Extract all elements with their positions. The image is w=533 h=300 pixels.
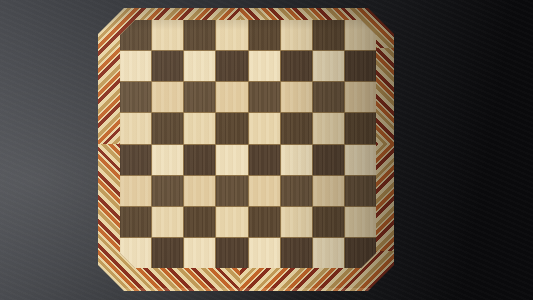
square-r6c7[interactable] <box>313 176 344 206</box>
square-r8c3[interactable] <box>184 238 215 268</box>
square-r3c3[interactable] <box>184 82 215 112</box>
square-r5c4[interactable] <box>216 145 247 175</box>
square-r1c3[interactable] <box>184 20 215 50</box>
square-r4c8[interactable] <box>345 113 376 143</box>
square-r1c7[interactable] <box>313 20 344 50</box>
square-r5c8[interactable] <box>345 145 376 175</box>
square-r6c1[interactable] <box>120 176 151 206</box>
square-r1c5[interactable] <box>249 20 280 50</box>
square-r4c4[interactable] <box>216 113 247 143</box>
square-r3c5[interactable] <box>249 82 280 112</box>
square-r3c2[interactable] <box>152 82 183 112</box>
square-r4c7[interactable] <box>313 113 344 143</box>
square-r4c2[interactable] <box>152 113 183 143</box>
square-r5c3[interactable] <box>184 145 215 175</box>
square-r2c1[interactable] <box>120 51 151 81</box>
square-r6c2[interactable] <box>152 176 183 206</box>
square-r7c4[interactable] <box>216 207 247 237</box>
square-r2c4[interactable] <box>216 51 247 81</box>
square-r8c4[interactable] <box>216 238 247 268</box>
square-r8c5[interactable] <box>249 238 280 268</box>
square-r3c8[interactable] <box>345 82 376 112</box>
square-r2c2[interactable] <box>152 51 183 81</box>
square-r2c6[interactable] <box>281 51 312 81</box>
square-r6c8[interactable] <box>345 176 376 206</box>
square-r8c7[interactable] <box>313 238 344 268</box>
square-r7c7[interactable] <box>313 207 344 237</box>
square-r5c6[interactable] <box>281 145 312 175</box>
square-r6c5[interactable] <box>249 176 280 206</box>
square-r3c1[interactable] <box>120 82 151 112</box>
square-r1c2[interactable] <box>152 20 183 50</box>
square-r6c4[interactable] <box>216 176 247 206</box>
square-r6c3[interactable] <box>184 176 215 206</box>
scene-background <box>0 0 533 300</box>
square-r4c6[interactable] <box>281 113 312 143</box>
square-r7c1[interactable] <box>120 207 151 237</box>
square-r7c2[interactable] <box>152 207 183 237</box>
square-r5c1[interactable] <box>120 145 151 175</box>
square-r7c3[interactable] <box>184 207 215 237</box>
square-r2c5[interactable] <box>249 51 280 81</box>
square-r7c6[interactable] <box>281 207 312 237</box>
square-r2c8[interactable] <box>345 51 376 81</box>
square-r2c7[interactable] <box>313 51 344 81</box>
chessboard[interactable] <box>98 8 394 291</box>
checkerboard[interactable] <box>120 20 376 268</box>
square-r5c2[interactable] <box>152 145 183 175</box>
square-r7c5[interactable] <box>249 207 280 237</box>
square-r1c6[interactable] <box>281 20 312 50</box>
square-r3c6[interactable] <box>281 82 312 112</box>
square-r1c4[interactable] <box>216 20 247 50</box>
square-r5c7[interactable] <box>313 145 344 175</box>
square-r5c5[interactable] <box>249 145 280 175</box>
square-r3c7[interactable] <box>313 82 344 112</box>
square-r6c6[interactable] <box>281 176 312 206</box>
square-r8c6[interactable] <box>281 238 312 268</box>
square-r4c5[interactable] <box>249 113 280 143</box>
square-r4c3[interactable] <box>184 113 215 143</box>
square-r8c2[interactable] <box>152 238 183 268</box>
square-r2c3[interactable] <box>184 51 215 81</box>
square-r7c8[interactable] <box>345 207 376 237</box>
square-r4c1[interactable] <box>120 113 151 143</box>
square-r3c4[interactable] <box>216 82 247 112</box>
